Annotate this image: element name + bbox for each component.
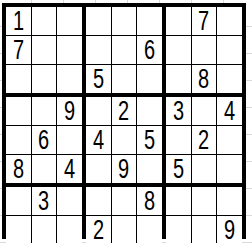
box-3-2: 82 (86, 187, 162, 243)
given-digit: 8 (198, 65, 209, 93)
cell-r4c4[interactable] (86, 97, 111, 125)
cell-r8c9[interactable]: 9 (217, 216, 242, 243)
cell-r7c8[interactable] (192, 187, 217, 215)
cell-r1c8[interactable]: 7 (192, 7, 217, 35)
cell-r7c2[interactable]: 3 (32, 187, 57, 215)
given-digit: 1 (13, 7, 24, 35)
cell-r1c2[interactable] (32, 7, 57, 35)
cell-r3c1[interactable] (6, 65, 31, 93)
cell-r6c4[interactable] (86, 155, 111, 183)
cell-r4c9[interactable]: 4 (217, 97, 242, 125)
cell-r6c7[interactable]: 5 (166, 155, 191, 183)
cell-r4c8[interactable] (192, 97, 217, 125)
given-digit: 7 (198, 7, 209, 35)
cell-r5c4[interactable]: 4 (86, 126, 111, 154)
cell-r4c5[interactable]: 2 (112, 97, 137, 125)
cell-r6c2[interactable] (32, 155, 57, 183)
cell-r4c7[interactable]: 3 (166, 97, 191, 125)
cell-r6c8[interactable] (192, 155, 217, 183)
cell-r1c6[interactable] (137, 7, 162, 35)
cell-r3c3[interactable] (57, 65, 82, 93)
cell-r3c8[interactable]: 8 (192, 65, 217, 93)
cell-r3c7[interactable] (166, 65, 191, 93)
cell-r4c6[interactable] (137, 97, 162, 125)
cell-r7c3[interactable] (57, 187, 82, 215)
cell-r2c6[interactable]: 6 (137, 36, 162, 64)
given-digit: 8 (144, 187, 155, 215)
box-1-3: 78 (166, 7, 242, 93)
cell-r5c1[interactable] (6, 126, 31, 154)
cell-r2c9[interactable] (217, 36, 242, 64)
given-digit: 6 (144, 36, 155, 64)
cell-r6c1[interactable]: 8 (6, 155, 31, 183)
box-3-1: 35 (6, 187, 82, 243)
cell-r2c1[interactable]: 7 (6, 36, 31, 64)
given-digit: 5 (93, 65, 104, 93)
cell-r5c7[interactable] (166, 126, 191, 154)
given-digit: 6 (38, 126, 49, 154)
cell-r5c5[interactable] (112, 126, 137, 154)
cell-r5c2[interactable]: 6 (32, 126, 57, 154)
cell-r1c7[interactable] (166, 7, 191, 35)
given-digit: 9 (118, 155, 129, 183)
cell-r2c4[interactable] (86, 36, 111, 64)
cell-r4c1[interactable] (6, 97, 31, 125)
cell-r6c3[interactable]: 4 (57, 155, 82, 183)
cell-r8c2[interactable] (32, 216, 57, 243)
cell-r7c6[interactable]: 8 (137, 187, 162, 215)
cell-r6c9[interactable] (217, 155, 242, 183)
given-digit: 7 (13, 36, 24, 64)
given-digit: 4 (93, 126, 104, 154)
given-digit: 2 (198, 126, 209, 154)
cell-r8c3[interactable] (57, 216, 82, 243)
cell-r2c2[interactable] (32, 36, 57, 64)
cell-r7c9[interactable] (217, 187, 242, 215)
cell-r8c4[interactable]: 2 (86, 216, 111, 243)
spreadsheet-background: 176578968424593425358296 (0, 0, 252, 243)
given-digit: 3 (173, 97, 184, 125)
cell-r8c1[interactable] (6, 216, 31, 243)
given-digit: 2 (93, 216, 104, 243)
cell-r3c5[interactable] (112, 65, 137, 93)
box-1-2: 65 (86, 7, 162, 93)
cell-r3c6[interactable] (137, 65, 162, 93)
cell-r7c4[interactable] (86, 187, 111, 215)
box-2-1: 9684 (6, 97, 82, 183)
given-digit: 2 (118, 97, 129, 125)
cell-r8c5[interactable] (112, 216, 137, 243)
cell-r7c1[interactable] (6, 187, 31, 215)
cell-r6c6[interactable] (137, 155, 162, 183)
cell-r1c3[interactable] (57, 7, 82, 35)
cell-r6c5[interactable]: 9 (112, 155, 137, 183)
given-digit: 5 (173, 155, 184, 183)
box-2-3: 3425 (166, 97, 242, 183)
cell-r7c5[interactable] (112, 187, 137, 215)
sudoku-board: 176578968424593425358296 (2, 3, 246, 239)
given-digit: 5 (144, 126, 155, 154)
cell-r2c8[interactable] (192, 36, 217, 64)
cell-r4c3[interactable]: 9 (57, 97, 82, 125)
cell-r8c8[interactable] (192, 216, 217, 243)
given-digit: 3 (38, 187, 49, 215)
cell-r2c3[interactable] (57, 36, 82, 64)
given-digit: 4 (224, 97, 235, 125)
cell-r2c7[interactable] (166, 36, 191, 64)
cell-r3c2[interactable] (32, 65, 57, 93)
given-digit: 9 (64, 97, 75, 125)
given-digit: 4 (64, 155, 75, 183)
cell-r5c6[interactable]: 5 (137, 126, 162, 154)
cell-r1c1[interactable]: 1 (6, 7, 31, 35)
cell-r5c3[interactable] (57, 126, 82, 154)
cell-r4c2[interactable] (32, 97, 57, 125)
cell-r7c7[interactable] (166, 187, 191, 215)
given-digit: 8 (13, 155, 24, 183)
cell-r5c8[interactable]: 2 (192, 126, 217, 154)
cell-r8c7[interactable] (166, 216, 191, 243)
cell-r1c4[interactable] (86, 7, 111, 35)
box-1-1: 17 (6, 7, 82, 93)
cell-r8c6[interactable] (137, 216, 162, 243)
cell-r3c4[interactable]: 5 (86, 65, 111, 93)
box-3-3: 96 (166, 187, 242, 243)
cell-r2c5[interactable] (112, 36, 137, 64)
given-digit: 9 (224, 216, 235, 243)
cell-r1c5[interactable] (112, 7, 137, 35)
cell-r5c9[interactable] (217, 126, 242, 154)
cell-r1c9[interactable] (217, 7, 242, 35)
box-2-2: 2459 (86, 97, 162, 183)
cell-r3c9[interactable] (217, 65, 242, 93)
